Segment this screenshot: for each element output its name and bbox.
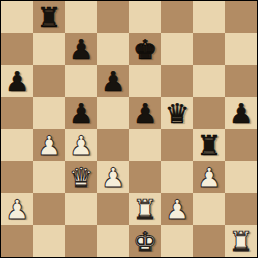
- square-a4[interactable]: [1, 129, 33, 161]
- square-a6[interactable]: ♟: [1, 65, 33, 97]
- square-a3[interactable]: [1, 161, 33, 193]
- square-b2[interactable]: [33, 193, 65, 225]
- square-b4[interactable]: ♟: [33, 129, 65, 161]
- square-c1[interactable]: [65, 225, 97, 257]
- square-e2[interactable]: ♜: [129, 193, 161, 225]
- square-c6[interactable]: [65, 65, 97, 97]
- white-king-e1[interactable]: ♚: [133, 228, 157, 255]
- square-h8[interactable]: [225, 1, 257, 33]
- white-queen-c3[interactable]: ♛: [69, 164, 93, 191]
- square-b1[interactable]: [33, 225, 65, 257]
- white-rook-e2[interactable]: ♜: [133, 196, 157, 223]
- square-c3[interactable]: ♛: [65, 161, 97, 193]
- square-a8[interactable]: [1, 1, 33, 33]
- square-d4[interactable]: [97, 129, 129, 161]
- black-king-e7[interactable]: ♚: [133, 36, 157, 63]
- square-e4[interactable]: [129, 129, 161, 161]
- square-g5[interactable]: [193, 97, 225, 129]
- square-g1[interactable]: [193, 225, 225, 257]
- square-e3[interactable]: [129, 161, 161, 193]
- square-d5[interactable]: [97, 97, 129, 129]
- square-g8[interactable]: [193, 1, 225, 33]
- square-h5[interactable]: ♟: [225, 97, 257, 129]
- square-d3[interactable]: ♟: [97, 161, 129, 193]
- black-rook-g4[interactable]: ♜: [197, 132, 221, 159]
- square-h1[interactable]: ♜: [225, 225, 257, 257]
- square-c2[interactable]: [65, 193, 97, 225]
- white-pawn-f2[interactable]: ♟: [165, 196, 189, 223]
- square-f4[interactable]: [161, 129, 193, 161]
- square-e7[interactable]: ♚: [129, 33, 161, 65]
- square-e1[interactable]: ♚: [129, 225, 161, 257]
- square-a7[interactable]: [1, 33, 33, 65]
- white-pawn-c4[interactable]: ♟: [69, 132, 93, 159]
- black-pawn-c5[interactable]: ♟: [69, 100, 93, 127]
- square-h2[interactable]: [225, 193, 257, 225]
- square-f6[interactable]: [161, 65, 193, 97]
- square-f7[interactable]: [161, 33, 193, 65]
- white-pawn-d3[interactable]: ♟: [101, 164, 125, 191]
- square-a1[interactable]: [1, 225, 33, 257]
- square-b5[interactable]: [33, 97, 65, 129]
- black-pawn-a6[interactable]: ♟: [5, 68, 29, 95]
- black-rook-b8[interactable]: ♜: [37, 4, 61, 31]
- square-e5[interactable]: ♟: [129, 97, 161, 129]
- square-d8[interactable]: [97, 1, 129, 33]
- black-pawn-h5[interactable]: ♟: [229, 100, 253, 127]
- black-pawn-c7[interactable]: ♟: [69, 36, 93, 63]
- square-d2[interactable]: [97, 193, 129, 225]
- square-f1[interactable]: [161, 225, 193, 257]
- chess-board-frame: ♜♟♚♟♟♟♟♛♟♟♟♜♛♟♟♟♜♟♚♜: [0, 0, 258, 258]
- square-d7[interactable]: [97, 33, 129, 65]
- square-f8[interactable]: [161, 1, 193, 33]
- square-g6[interactable]: [193, 65, 225, 97]
- square-b7[interactable]: [33, 33, 65, 65]
- square-f5[interactable]: ♛: [161, 97, 193, 129]
- square-a2[interactable]: ♟: [1, 193, 33, 225]
- white-rook-h1[interactable]: ♜: [229, 228, 253, 255]
- black-pawn-e5[interactable]: ♟: [133, 100, 157, 127]
- white-pawn-g3[interactable]: ♟: [197, 164, 221, 191]
- square-h7[interactable]: [225, 33, 257, 65]
- black-pawn-d6[interactable]: ♟: [101, 68, 125, 95]
- square-g7[interactable]: [193, 33, 225, 65]
- white-pawn-b4[interactable]: ♟: [37, 132, 61, 159]
- white-pawn-a2[interactable]: ♟: [5, 196, 29, 223]
- square-c8[interactable]: [65, 1, 97, 33]
- square-f3[interactable]: [161, 161, 193, 193]
- square-g3[interactable]: ♟: [193, 161, 225, 193]
- square-d6[interactable]: ♟: [97, 65, 129, 97]
- square-g4[interactable]: ♜: [193, 129, 225, 161]
- square-b6[interactable]: [33, 65, 65, 97]
- square-c5[interactable]: ♟: [65, 97, 97, 129]
- square-g2[interactable]: [193, 193, 225, 225]
- square-d1[interactable]: [97, 225, 129, 257]
- square-c7[interactable]: ♟: [65, 33, 97, 65]
- square-e6[interactable]: [129, 65, 161, 97]
- black-queen-f5[interactable]: ♛: [165, 100, 189, 127]
- square-f2[interactable]: ♟: [161, 193, 193, 225]
- square-h6[interactable]: [225, 65, 257, 97]
- square-e8[interactable]: [129, 1, 161, 33]
- chess-board: ♜♟♚♟♟♟♟♛♟♟♟♜♛♟♟♟♜♟♚♜: [1, 1, 257, 257]
- square-c4[interactable]: ♟: [65, 129, 97, 161]
- square-h4[interactable]: [225, 129, 257, 161]
- square-b3[interactable]: [33, 161, 65, 193]
- square-a5[interactable]: [1, 97, 33, 129]
- square-h3[interactable]: [225, 161, 257, 193]
- square-b8[interactable]: ♜: [33, 1, 65, 33]
